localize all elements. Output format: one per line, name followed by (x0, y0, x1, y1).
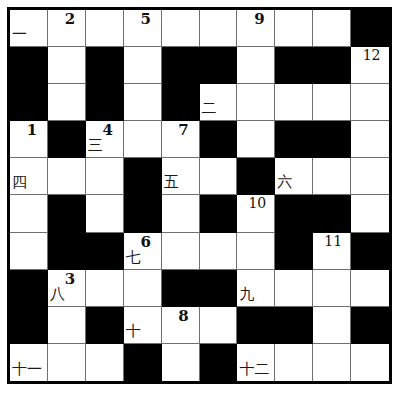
down-clue-number-8: 8 (162, 308, 199, 325)
across-clue-label-十一: 十一 (12, 362, 42, 377)
cell-r4c7[interactable] (237, 121, 275, 158)
crossword-page: 一25912二14三7四五六106七113八九十8十一十二 (0, 0, 400, 395)
cell-r8c4[interactable] (124, 270, 162, 307)
cell-r1c7[interactable]: 9 (237, 10, 275, 47)
block-cell-r3c3 (86, 84, 124, 121)
block-cell-r2c8 (275, 47, 313, 84)
block-cell-r9c1 (10, 307, 48, 344)
cell-r3c2[interactable] (48, 84, 86, 121)
block-cell-r4c8 (275, 121, 313, 158)
block-cell-r6c9 (313, 195, 351, 232)
block-cell-r2c9 (313, 47, 351, 84)
block-cell-r9c3 (86, 307, 124, 344)
cell-r3c10[interactable] (351, 84, 389, 121)
block-cell-r8c5 (162, 270, 200, 307)
cell-r9c5[interactable]: 8 (162, 307, 200, 344)
down-clue-number-1: 1 (10, 122, 47, 139)
cell-r7c6[interactable] (200, 233, 238, 270)
block-cell-r6c2 (48, 195, 86, 232)
cell-r10c8[interactable] (275, 344, 313, 381)
cell-r8c10[interactable] (351, 270, 389, 307)
across-clue-label-十: 十 (126, 324, 141, 339)
block-cell-r3c1 (10, 84, 48, 121)
cell-r1c9[interactable] (313, 10, 351, 47)
cell-r10c7[interactable]: 十二 (237, 344, 275, 381)
cell-r7c4[interactable]: 6七 (124, 233, 162, 270)
cell-r5c1[interactable]: 四 (10, 158, 48, 195)
cell-r10c2[interactable] (48, 344, 86, 381)
cell-r1c4[interactable]: 5 (124, 10, 162, 47)
cell-r10c5[interactable] (162, 344, 200, 381)
cell-r9c9[interactable] (313, 307, 351, 344)
cell-r10c9[interactable] (313, 344, 351, 381)
cell-r10c10[interactable] (351, 344, 389, 381)
cell-r1c2[interactable]: 2 (48, 10, 86, 47)
cell-r1c6[interactable] (200, 10, 238, 47)
across-clue-label-十二: 十二 (239, 362, 269, 377)
cell-r5c3[interactable] (86, 158, 124, 195)
cell-r8c2[interactable]: 3八 (48, 270, 86, 307)
cell-r8c3[interactable] (86, 270, 124, 307)
cell-r3c7[interactable] (237, 84, 275, 121)
block-cell-r2c5 (162, 47, 200, 84)
cell-r7c1[interactable] (10, 233, 48, 270)
cell-r5c8[interactable]: 六 (275, 158, 313, 195)
across-clue-label-四: 四 (12, 175, 27, 190)
cell-r4c4[interactable] (124, 121, 162, 158)
cell-r2c4[interactable] (124, 47, 162, 84)
across-clue-label-九: 九 (239, 287, 254, 302)
across-clue-label-二: 二 (202, 101, 217, 116)
block-cell-r1c10 (351, 10, 389, 47)
block-cell-r10c4 (124, 344, 162, 381)
cell-r3c6[interactable]: 二 (200, 84, 238, 121)
block-cell-r7c8 (275, 233, 313, 270)
block-cell-r3c5 (162, 84, 200, 121)
cell-r6c7[interactable]: 10 (237, 195, 275, 232)
across-clue-label-三: 三 (88, 138, 103, 153)
cell-r3c4[interactable] (124, 84, 162, 121)
cell-r9c2[interactable] (48, 307, 86, 344)
cell-r1c3[interactable] (86, 10, 124, 47)
block-cell-r4c9 (313, 121, 351, 158)
block-cell-r6c4 (124, 195, 162, 232)
block-cell-r7c2 (48, 233, 86, 270)
block-cell-r9c7 (237, 307, 275, 344)
across-clue-label-五: 五 (164, 175, 179, 190)
block-cell-r2c3 (86, 47, 124, 84)
cell-r2c7[interactable] (237, 47, 275, 84)
cell-r1c1[interactable]: 一 (10, 10, 48, 47)
block-cell-r10c6 (200, 344, 238, 381)
cell-r7c9[interactable]: 11 (313, 233, 351, 270)
cell-r9c4[interactable]: 十 (124, 307, 162, 344)
down-clue-number-11: 11 (313, 234, 350, 249)
block-cell-r7c3 (86, 233, 124, 270)
cell-r1c8[interactable] (275, 10, 313, 47)
cell-r4c5[interactable]: 7 (162, 121, 200, 158)
cell-r3c8[interactable] (275, 84, 313, 121)
block-cell-r8c6 (200, 270, 238, 307)
down-clue-number-2: 2 (48, 11, 85, 28)
block-cell-r2c1 (10, 47, 48, 84)
cell-r6c3[interactable] (86, 195, 124, 232)
down-clue-number-9: 9 (237, 11, 274, 28)
cell-r5c2[interactable] (48, 158, 86, 195)
down-clue-number-10: 10 (237, 196, 274, 211)
cell-r4c1[interactable]: 1 (10, 121, 48, 158)
cell-r9c6[interactable] (200, 307, 238, 344)
cell-r6c5[interactable] (162, 195, 200, 232)
across-clue-label-一: 一 (12, 27, 27, 42)
across-clue-label-七: 七 (126, 250, 141, 265)
block-cell-r4c6 (200, 121, 238, 158)
cell-r2c10[interactable]: 12 (351, 47, 389, 84)
block-cell-r9c10 (351, 307, 389, 344)
cell-r6c1[interactable] (10, 195, 48, 232)
down-clue-number-12: 12 (351, 48, 389, 63)
cell-r10c1[interactable]: 十一 (10, 344, 48, 381)
cell-r2c2[interactable] (48, 47, 86, 84)
cell-r8c9[interactable] (313, 270, 351, 307)
cell-r5c6[interactable] (200, 158, 238, 195)
cell-r4c3[interactable]: 4三 (86, 121, 124, 158)
cell-r5c10[interactable] (351, 158, 389, 195)
cell-r6c10[interactable] (351, 195, 389, 232)
cell-r7c5[interactable] (162, 233, 200, 270)
crossword-board: 一25912二14三7四五六106七113八九十8十一十二 (7, 7, 392, 384)
block-cell-r7c10 (351, 233, 389, 270)
cell-r5c5[interactable]: 五 (162, 158, 200, 195)
cell-r4c10[interactable] (351, 121, 389, 158)
cell-r7c7[interactable] (237, 233, 275, 270)
block-cell-r5c4 (124, 158, 162, 195)
across-clue-label-八: 八 (50, 287, 65, 302)
cell-r3c9[interactable] (313, 84, 351, 121)
block-cell-r6c8 (275, 195, 313, 232)
block-cell-r2c6 (200, 47, 238, 84)
cell-r8c7[interactable]: 九 (237, 270, 275, 307)
block-cell-r5c7 (237, 158, 275, 195)
cell-r10c3[interactable] (86, 344, 124, 381)
block-cell-r8c1 (10, 270, 48, 307)
down-clue-number-7: 7 (162, 122, 199, 139)
cell-r8c8[interactable] (275, 270, 313, 307)
block-cell-r9c8 (275, 307, 313, 344)
down-clue-number-5: 5 (124, 11, 161, 28)
block-cell-r4c2 (48, 121, 86, 158)
across-clue-label-六: 六 (277, 175, 292, 190)
cell-r1c5[interactable] (162, 10, 200, 47)
cell-r5c9[interactable] (313, 158, 351, 195)
block-cell-r6c6 (200, 195, 238, 232)
